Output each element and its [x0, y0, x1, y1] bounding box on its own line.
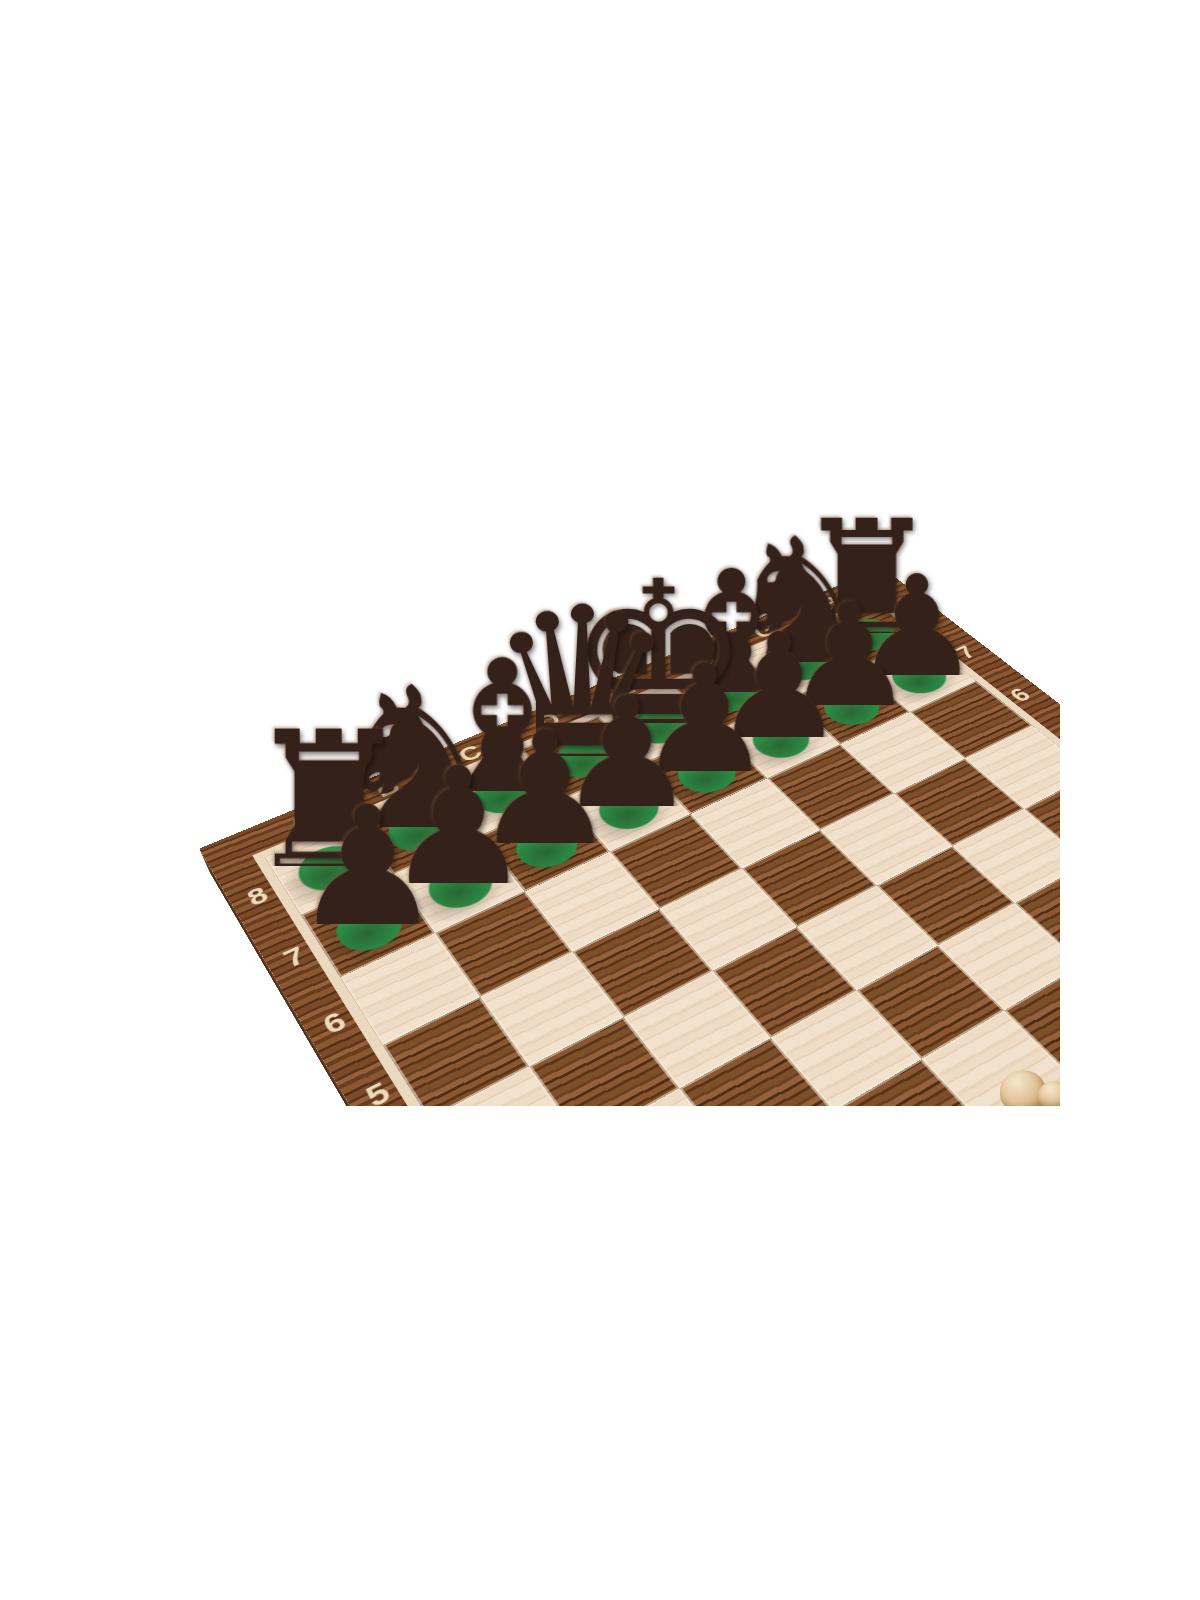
rank-label-left-5: 5: [360, 1075, 397, 1106]
white-piece-top-2: [1038, 1081, 1060, 1106]
rank-label-left-7: 7: [278, 941, 311, 974]
rank-label-right-6: 6: [1004, 684, 1038, 707]
rank-label-left-6: 6: [318, 1005, 353, 1040]
product-photo: ABCDEFGH8♜♞♝♛♚♝♞♜87♟♟♟♟♟♟♟♟7665544332211…: [160, 470, 1060, 1106]
board: ABCDEFGH8♜♞♝♛♚♝♞♜87♟♟♟♟♟♟♟♟7665544332211…: [199, 567, 1060, 1106]
page: { "game": "chess", "position": "rnbqkbnr…: [0, 0, 1200, 1600]
rank-label-left-8: 8: [242, 881, 274, 911]
black-pawn-icon: ♟: [283, 783, 453, 953]
black-pawn-a7[interactable]: ♟: [283, 754, 453, 924]
